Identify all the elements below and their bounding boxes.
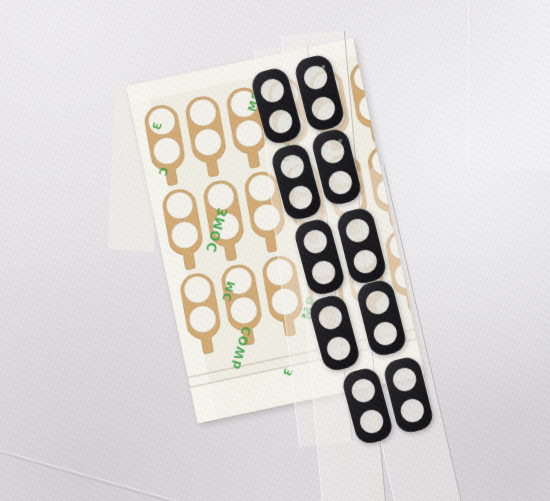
adhesive-sticker bbox=[348, 59, 396, 146]
sticker-shape bbox=[183, 94, 231, 181]
sticker-shape bbox=[160, 187, 208, 274]
adhesive-sticker bbox=[178, 271, 226, 358]
product-photo: ƐƆMƐOƆƆOMƐƆMMPdWOƆƐ bbox=[0, 0, 550, 501]
sticker-shape bbox=[348, 59, 396, 146]
sticker-shape bbox=[178, 271, 226, 358]
adhesive-sticker bbox=[160, 187, 208, 274]
paper-edge-highlight bbox=[468, 0, 550, 170]
paper-crease bbox=[0, 446, 214, 501]
adhesive-sticker bbox=[183, 94, 231, 181]
